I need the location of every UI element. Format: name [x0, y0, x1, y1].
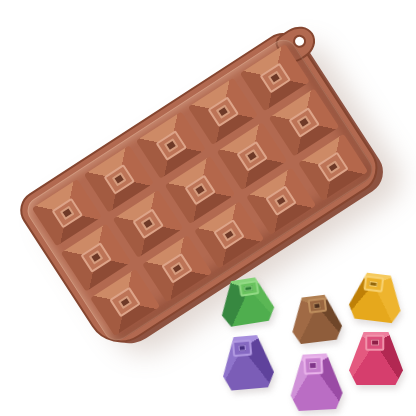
- candy-top-plateau: [365, 334, 384, 350]
- candy-top-plateau: [303, 356, 323, 374]
- candy-pyramid-green: [217, 275, 276, 328]
- candy-hole: [244, 286, 253, 292]
- candy-top-plateau: [363, 276, 383, 293]
- candy-pyramid-orchid: [289, 353, 344, 412]
- product-photo: [0, 0, 416, 416]
- candy-hole: [238, 345, 246, 352]
- candy-top-plateau: [307, 298, 327, 314]
- candy-pyramid-yellow: [347, 271, 404, 324]
- candy-hole: [309, 362, 317, 369]
- candy-hole: [369, 281, 378, 287]
- candy-pyramid-pink: [349, 332, 403, 385]
- candy-hole: [371, 339, 379, 345]
- candy-pyramid-purple: [220, 334, 275, 391]
- candy-top-plateau: [238, 280, 259, 297]
- sample-candies: [0, 0, 416, 416]
- candy-top-plateau: [232, 339, 252, 357]
- candy-hole: [313, 303, 321, 309]
- candy-pyramid-brown: [288, 293, 343, 345]
